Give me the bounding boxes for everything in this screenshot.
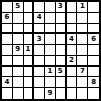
cell-r5c2-given-9[interactable]: 9 — [13, 45, 24, 56]
cell-r7c8-given-7[interactable]: 7 — [77, 67, 88, 78]
cell-r7c5-given-1[interactable]: 1 — [45, 67, 56, 78]
cell-r3c6-empty[interactable] — [56, 24, 67, 35]
cell-r2c7-empty[interactable] — [67, 13, 78, 24]
cell-r4c6-empty[interactable] — [56, 34, 67, 45]
cell-r1c6-given-3[interactable]: 3 — [56, 2, 67, 13]
cell-r1c3-empty[interactable] — [24, 2, 35, 13]
cell-r3c5-empty[interactable] — [45, 24, 56, 35]
cell-r8c3-empty[interactable] — [24, 77, 35, 88]
cell-r5c6-empty[interactable] — [56, 45, 67, 56]
cell-r5c8-empty[interactable] — [77, 45, 88, 56]
cell-r1c1-empty[interactable] — [2, 2, 13, 13]
given-digit: 9 — [15, 46, 20, 53]
cell-r3c4-empty[interactable] — [34, 24, 45, 35]
cell-r4c8-empty[interactable] — [77, 34, 88, 45]
cell-r2c3-empty[interactable] — [24, 13, 35, 24]
cell-r9c9-empty[interactable] — [88, 88, 99, 99]
cell-r3c1-empty[interactable] — [2, 24, 13, 35]
sudoku-board: 53164346912157489 — [0, 0, 101, 101]
given-digit: 6 — [4, 14, 9, 21]
cell-r9c8-empty[interactable] — [77, 88, 88, 99]
cell-r4c5-empty[interactable] — [45, 34, 56, 45]
cell-r8c8-empty[interactable] — [77, 77, 88, 88]
cell-r3c7-empty[interactable] — [67, 24, 78, 35]
cell-r9c1-empty[interactable] — [2, 88, 13, 99]
cell-r6c5-empty[interactable] — [45, 56, 56, 67]
given-digit: 3 — [37, 36, 42, 43]
cell-r1c5-empty[interactable] — [45, 2, 56, 13]
cell-r5c3-given-1[interactable]: 1 — [24, 45, 35, 56]
cell-r7c3-empty[interactable] — [24, 67, 35, 78]
cell-r1c8-given-1[interactable]: 1 — [77, 2, 88, 13]
cell-r1c9-empty[interactable] — [88, 2, 99, 13]
cell-r7c4-empty[interactable] — [34, 67, 45, 78]
cell-r7c6-given-5[interactable]: 5 — [56, 67, 67, 78]
cell-r7c7-empty[interactable] — [67, 67, 78, 78]
given-digit: 3 — [58, 3, 63, 10]
cell-r4c3-empty[interactable] — [24, 34, 35, 45]
given-digit: 4 — [37, 14, 42, 21]
cell-r5c4-empty[interactable] — [34, 45, 45, 56]
cell-r8c1-given-4[interactable]: 4 — [2, 77, 13, 88]
given-digit: 1 — [80, 3, 85, 10]
cell-r6c2-empty[interactable] — [13, 56, 24, 67]
cell-r2c4-given-4[interactable]: 4 — [34, 13, 45, 24]
cell-r4c1-empty[interactable] — [2, 34, 13, 45]
given-digit: 4 — [4, 79, 9, 86]
cell-r8c5-empty[interactable] — [45, 77, 56, 88]
given-digit: 9 — [48, 90, 53, 97]
cell-r8c9-given-8[interactable]: 8 — [88, 77, 99, 88]
cell-r9c4-empty[interactable] — [34, 88, 45, 99]
cell-r4c2-empty[interactable] — [13, 34, 24, 45]
cell-r5c7-empty[interactable] — [67, 45, 78, 56]
cell-r3c3-empty[interactable] — [24, 24, 35, 35]
cell-r2c6-empty[interactable] — [56, 13, 67, 24]
given-digit: 6 — [91, 36, 96, 43]
cell-r6c7-given-2[interactable]: 2 — [67, 56, 78, 67]
given-digit: 5 — [58, 68, 63, 75]
given-digit: 4 — [69, 36, 74, 43]
cell-r6c9-empty[interactable] — [88, 56, 99, 67]
given-digit: 5 — [15, 3, 20, 10]
cell-r3c2-empty[interactable] — [13, 24, 24, 35]
cell-r9c7-empty[interactable] — [67, 88, 78, 99]
cell-r2c8-empty[interactable] — [77, 13, 88, 24]
cell-r7c9-empty[interactable] — [88, 67, 99, 78]
cell-r1c7-empty[interactable] — [67, 2, 78, 13]
cell-r6c4-empty[interactable] — [34, 56, 45, 67]
cell-r6c6-empty[interactable] — [56, 56, 67, 67]
cell-r8c6-empty[interactable] — [56, 77, 67, 88]
cell-r5c9-empty[interactable] — [88, 45, 99, 56]
cell-r5c1-empty[interactable] — [2, 45, 13, 56]
cell-r1c2-given-5[interactable]: 5 — [13, 2, 24, 13]
cell-r9c2-empty[interactable] — [13, 88, 24, 99]
cell-r4c9-given-6[interactable]: 6 — [88, 34, 99, 45]
cell-r9c5-given-9[interactable]: 9 — [45, 88, 56, 99]
cell-r7c1-empty[interactable] — [2, 67, 13, 78]
cell-r8c4-empty[interactable] — [34, 77, 45, 88]
cell-r5c5-empty[interactable] — [45, 45, 56, 56]
cell-r2c9-empty[interactable] — [88, 13, 99, 24]
cell-r6c3-empty[interactable] — [24, 56, 35, 67]
cell-r3c8-empty[interactable] — [77, 24, 88, 35]
cell-r8c2-empty[interactable] — [13, 77, 24, 88]
given-digit: 7 — [80, 68, 85, 75]
cell-r3c9-empty[interactable] — [88, 24, 99, 35]
given-digit: 2 — [69, 57, 74, 64]
cell-r2c5-empty[interactable] — [45, 13, 56, 24]
cell-r4c7-given-4[interactable]: 4 — [67, 34, 78, 45]
cell-r8c7-empty[interactable] — [67, 77, 78, 88]
cell-r1c4-empty[interactable] — [34, 2, 45, 13]
given-digit: 1 — [48, 68, 53, 75]
cell-r2c1-given-6[interactable]: 6 — [2, 13, 13, 24]
given-digit: 1 — [26, 46, 31, 53]
given-digit: 8 — [91, 79, 96, 86]
cell-r4c4-given-3[interactable]: 3 — [34, 34, 45, 45]
cell-r6c8-empty[interactable] — [77, 56, 88, 67]
cell-r9c6-empty[interactable] — [56, 88, 67, 99]
cell-r2c2-empty[interactable] — [13, 13, 24, 24]
cell-r9c3-empty[interactable] — [24, 88, 35, 99]
cell-r7c2-empty[interactable] — [13, 67, 24, 78]
cell-r6c1-empty[interactable] — [2, 56, 13, 67]
